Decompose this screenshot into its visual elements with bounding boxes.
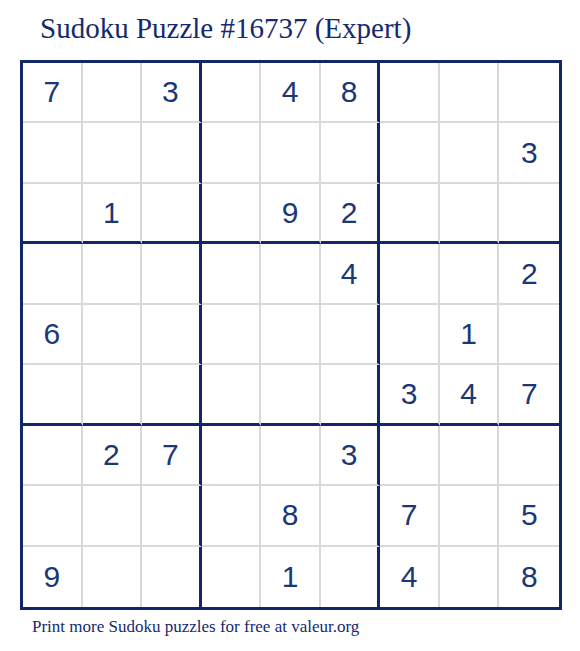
cell-r8c6[interactable] <box>321 486 381 546</box>
cell-r1c3[interactable]: 3 <box>142 63 202 123</box>
cell-r6c8[interactable]: 4 <box>440 365 500 425</box>
cell-r5c1[interactable]: 6 <box>23 305 83 365</box>
cell-r4c1[interactable] <box>23 244 83 304</box>
cell-r3c5[interactable]: 9 <box>261 184 321 244</box>
cell-r4c6[interactable]: 4 <box>321 244 381 304</box>
cell-r5c8[interactable]: 1 <box>440 305 500 365</box>
cell-r6c6[interactable] <box>321 365 381 425</box>
cell-r5c4[interactable] <box>202 305 262 365</box>
cell-r3c2[interactable]: 1 <box>83 184 143 244</box>
cell-r3c9[interactable] <box>499 184 559 244</box>
cell-r1c7[interactable] <box>380 63 440 123</box>
cell-r7c9[interactable] <box>499 426 559 486</box>
sudoku-grid: 7348319242613472738759148 <box>20 60 562 610</box>
cell-r9c4[interactable] <box>202 547 262 607</box>
cell-r2c8[interactable] <box>440 123 500 183</box>
cell-r8c9[interactable]: 5 <box>499 486 559 546</box>
cell-r9c2[interactable] <box>83 547 143 607</box>
cell-r8c5[interactable]: 8 <box>261 486 321 546</box>
cell-r8c7[interactable]: 7 <box>380 486 440 546</box>
cell-r9c9[interactable]: 8 <box>499 547 559 607</box>
cell-r8c4[interactable] <box>202 486 262 546</box>
cell-r5c9[interactable] <box>499 305 559 365</box>
cell-r9c3[interactable] <box>142 547 202 607</box>
cell-r7c1[interactable] <box>23 426 83 486</box>
cell-r1c4[interactable] <box>202 63 262 123</box>
cell-r9c6[interactable] <box>321 547 381 607</box>
cell-r2c5[interactable] <box>261 123 321 183</box>
cell-r3c4[interactable] <box>202 184 262 244</box>
cell-r2c4[interactable] <box>202 123 262 183</box>
cell-r7c4[interactable] <box>202 426 262 486</box>
cell-r3c6[interactable]: 2 <box>321 184 381 244</box>
page: Sudoku Puzzle #16737 (Expert) 7348319242… <box>0 0 580 651</box>
cell-r7c6[interactable]: 3 <box>321 426 381 486</box>
cell-r7c8[interactable] <box>440 426 500 486</box>
cell-r8c8[interactable] <box>440 486 500 546</box>
page-title: Sudoku Puzzle #16737 (Expert) <box>40 12 411 45</box>
cell-r1c5[interactable]: 4 <box>261 63 321 123</box>
cell-r2c2[interactable] <box>83 123 143 183</box>
cell-r4c9[interactable]: 2 <box>499 244 559 304</box>
cell-r8c3[interactable] <box>142 486 202 546</box>
cell-r1c2[interactable] <box>83 63 143 123</box>
cell-r8c2[interactable] <box>83 486 143 546</box>
cell-r6c1[interactable] <box>23 365 83 425</box>
cell-r5c5[interactable] <box>261 305 321 365</box>
cell-r9c7[interactable]: 4 <box>380 547 440 607</box>
footer-text: Print more Sudoku puzzles for free at va… <box>32 617 359 637</box>
cell-r2c7[interactable] <box>380 123 440 183</box>
cell-r5c3[interactable] <box>142 305 202 365</box>
cell-r6c9[interactable]: 7 <box>499 365 559 425</box>
cell-r4c8[interactable] <box>440 244 500 304</box>
cell-r7c3[interactable]: 7 <box>142 426 202 486</box>
cell-r4c5[interactable] <box>261 244 321 304</box>
cell-r9c1[interactable]: 9 <box>23 547 83 607</box>
cell-r6c7[interactable]: 3 <box>380 365 440 425</box>
cell-r5c7[interactable] <box>380 305 440 365</box>
cell-r6c4[interactable] <box>202 365 262 425</box>
cell-r4c7[interactable] <box>380 244 440 304</box>
cell-r1c6[interactable]: 8 <box>321 63 381 123</box>
cell-r3c8[interactable] <box>440 184 500 244</box>
cell-r8c1[interactable] <box>23 486 83 546</box>
cell-r7c5[interactable] <box>261 426 321 486</box>
cell-r2c3[interactable] <box>142 123 202 183</box>
cell-r7c2[interactable]: 2 <box>83 426 143 486</box>
cell-r2c9[interactable]: 3 <box>499 123 559 183</box>
cell-r7c7[interactable] <box>380 426 440 486</box>
cell-r5c6[interactable] <box>321 305 381 365</box>
cell-r4c3[interactable] <box>142 244 202 304</box>
cell-r9c5[interactable]: 1 <box>261 547 321 607</box>
cell-r2c1[interactable] <box>23 123 83 183</box>
cell-r6c2[interactable] <box>83 365 143 425</box>
cell-r1c1[interactable]: 7 <box>23 63 83 123</box>
cell-r1c8[interactable] <box>440 63 500 123</box>
cell-r6c3[interactable] <box>142 365 202 425</box>
cell-r1c9[interactable] <box>499 63 559 123</box>
cell-r9c8[interactable] <box>440 547 500 607</box>
cell-r2c6[interactable] <box>321 123 381 183</box>
cell-r3c3[interactable] <box>142 184 202 244</box>
cell-r6c5[interactable] <box>261 365 321 425</box>
cell-r3c1[interactable] <box>23 184 83 244</box>
cell-r5c2[interactable] <box>83 305 143 365</box>
cell-r4c2[interactable] <box>83 244 143 304</box>
cell-r3c7[interactable] <box>380 184 440 244</box>
cell-r4c4[interactable] <box>202 244 262 304</box>
